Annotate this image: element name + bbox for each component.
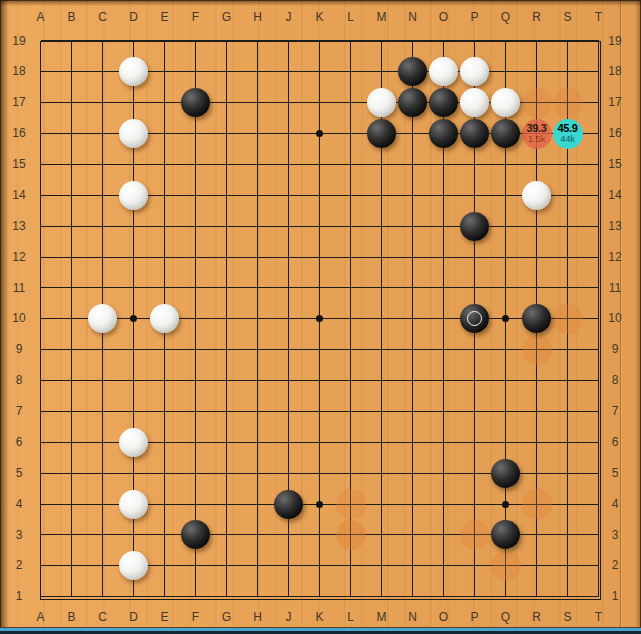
board-cell-F11[interactable] bbox=[180, 273, 211, 304]
board-cell-O14[interactable] bbox=[428, 180, 459, 211]
board-cell-P3[interactable] bbox=[459, 520, 490, 551]
board-cell-R6[interactable] bbox=[521, 427, 552, 458]
board-cell-M7[interactable] bbox=[366, 396, 397, 427]
board-cell-N6[interactable] bbox=[397, 427, 428, 458]
board-cell-O10[interactable] bbox=[428, 303, 459, 334]
board-cell-Q19[interactable] bbox=[490, 26, 521, 57]
board-cell-E11[interactable] bbox=[149, 273, 180, 304]
board-cell-P1[interactable] bbox=[459, 581, 490, 612]
board-cell-P8[interactable] bbox=[459, 365, 490, 396]
board-cell-P12[interactable] bbox=[459, 242, 490, 273]
board-cell-G14[interactable] bbox=[211, 180, 242, 211]
board-cell-B6[interactable] bbox=[56, 427, 87, 458]
board-cell-G8[interactable] bbox=[211, 365, 242, 396]
board-cell-Q3[interactable] bbox=[490, 520, 521, 551]
board-cell-P9[interactable] bbox=[459, 334, 490, 365]
board-cell-M9[interactable] bbox=[366, 334, 397, 365]
board-cell-B5[interactable] bbox=[56, 458, 87, 489]
board-cell-B18[interactable] bbox=[56, 56, 87, 87]
board-cell-K18[interactable] bbox=[304, 56, 335, 87]
board-cell-L18[interactable] bbox=[335, 56, 366, 87]
board-cell-D19[interactable] bbox=[118, 26, 149, 57]
board-cell-T18[interactable] bbox=[583, 56, 614, 87]
board-cell-A10[interactable] bbox=[25, 303, 56, 334]
board-cell-J5[interactable] bbox=[273, 458, 304, 489]
board-cell-L15[interactable] bbox=[335, 149, 366, 180]
board-cell-L14[interactable] bbox=[335, 180, 366, 211]
board-cell-O19[interactable] bbox=[428, 26, 459, 57]
board-cell-A1[interactable] bbox=[25, 581, 56, 612]
board-cell-B3[interactable] bbox=[56, 520, 87, 551]
board-cell-J8[interactable] bbox=[273, 365, 304, 396]
board-cell-K6[interactable] bbox=[304, 427, 335, 458]
board-cell-O11[interactable] bbox=[428, 273, 459, 304]
board-cell-R14[interactable] bbox=[521, 180, 552, 211]
board-cell-H9[interactable] bbox=[242, 334, 273, 365]
board-cell-N9[interactable] bbox=[397, 334, 428, 365]
board-cell-J6[interactable] bbox=[273, 427, 304, 458]
board-cell-H15[interactable] bbox=[242, 149, 273, 180]
board-cell-P19[interactable] bbox=[459, 26, 490, 57]
board-cell-N14[interactable] bbox=[397, 180, 428, 211]
board-cell-J13[interactable] bbox=[273, 211, 304, 242]
board-cell-E4[interactable] bbox=[149, 489, 180, 520]
ai-suggestion-S16[interactable]: 45.944k bbox=[553, 119, 583, 149]
board-cell-S8[interactable] bbox=[552, 365, 583, 396]
board-cell-E16[interactable] bbox=[149, 118, 180, 149]
board-cell-N4[interactable] bbox=[397, 489, 428, 520]
board-cell-O12[interactable] bbox=[428, 242, 459, 273]
board-cell-E9[interactable] bbox=[149, 334, 180, 365]
board-cell-M5[interactable] bbox=[366, 458, 397, 489]
board-cell-F4[interactable] bbox=[180, 489, 211, 520]
board-cell-J19[interactable] bbox=[273, 26, 304, 57]
board-cell-A16[interactable] bbox=[25, 118, 56, 149]
board-cell-O8[interactable] bbox=[428, 365, 459, 396]
board-cell-Q16[interactable] bbox=[490, 118, 521, 149]
board-cell-Q9[interactable] bbox=[490, 334, 521, 365]
board-cell-F15[interactable] bbox=[180, 149, 211, 180]
board-cell-R13[interactable] bbox=[521, 211, 552, 242]
board-cell-O17[interactable] bbox=[428, 87, 459, 118]
board-cell-N1[interactable] bbox=[397, 581, 428, 612]
board-cell-S14[interactable] bbox=[552, 180, 583, 211]
board-cell-L7[interactable] bbox=[335, 396, 366, 427]
board-cell-A19[interactable] bbox=[25, 26, 56, 57]
board-cell-Q2[interactable] bbox=[490, 550, 521, 581]
board-cell-T17[interactable] bbox=[583, 87, 614, 118]
board-cell-B10[interactable] bbox=[56, 303, 87, 334]
board-cell-Q17[interactable] bbox=[490, 87, 521, 118]
ai-suggestion-R4[interactable] bbox=[522, 489, 552, 519]
board-cell-M14[interactable] bbox=[366, 180, 397, 211]
board-cell-A6[interactable] bbox=[25, 427, 56, 458]
board-cell-K13[interactable] bbox=[304, 211, 335, 242]
board-cell-Q6[interactable] bbox=[490, 427, 521, 458]
board-cell-B4[interactable] bbox=[56, 489, 87, 520]
board-cell-K16[interactable] bbox=[304, 118, 335, 149]
board-cell-M2[interactable] bbox=[366, 550, 397, 581]
board-cell-B13[interactable] bbox=[56, 211, 87, 242]
board-cell-E1[interactable] bbox=[149, 581, 180, 612]
board-cell-N3[interactable] bbox=[397, 520, 428, 551]
board-cell-G11[interactable] bbox=[211, 273, 242, 304]
board-cell-C11[interactable] bbox=[87, 273, 118, 304]
board-cell-C13[interactable] bbox=[87, 211, 118, 242]
board-cell-M15[interactable] bbox=[366, 149, 397, 180]
board-cell-O6[interactable] bbox=[428, 427, 459, 458]
board-cell-M11[interactable] bbox=[366, 273, 397, 304]
board-cell-F10[interactable] bbox=[180, 303, 211, 334]
board-cell-T14[interactable] bbox=[583, 180, 614, 211]
board-cell-E18[interactable] bbox=[149, 56, 180, 87]
ai-suggestion-Q2[interactable] bbox=[491, 551, 521, 581]
board-cell-L12[interactable] bbox=[335, 242, 366, 273]
board-cell-Q5[interactable] bbox=[490, 458, 521, 489]
board-cell-O13[interactable] bbox=[428, 211, 459, 242]
board-cell-P13[interactable] bbox=[459, 211, 490, 242]
board-cell-H7[interactable] bbox=[242, 396, 273, 427]
board-cell-L5[interactable] bbox=[335, 458, 366, 489]
board-cell-T12[interactable] bbox=[583, 242, 614, 273]
board-cell-R8[interactable] bbox=[521, 365, 552, 396]
board-cell-H2[interactable] bbox=[242, 550, 273, 581]
board-cell-P14[interactable] bbox=[459, 180, 490, 211]
board-cell-B17[interactable] bbox=[56, 87, 87, 118]
board-cell-D14[interactable] bbox=[118, 180, 149, 211]
board-cell-A11[interactable] bbox=[25, 273, 56, 304]
board-cell-A3[interactable] bbox=[25, 520, 56, 551]
board-cell-C3[interactable] bbox=[87, 520, 118, 551]
board-cell-L19[interactable] bbox=[335, 26, 366, 57]
board-cell-K19[interactable] bbox=[304, 26, 335, 57]
board-cell-T11[interactable] bbox=[583, 273, 614, 304]
board-cell-G2[interactable] bbox=[211, 550, 242, 581]
board-cell-S6[interactable] bbox=[552, 427, 583, 458]
board-cell-L3[interactable] bbox=[335, 520, 366, 551]
board-cell-H10[interactable] bbox=[242, 303, 273, 334]
board-cell-G19[interactable] bbox=[211, 26, 242, 57]
board-cell-F3[interactable] bbox=[180, 520, 211, 551]
board-cell-G4[interactable] bbox=[211, 489, 242, 520]
board-cell-C6[interactable] bbox=[87, 427, 118, 458]
board-cell-D6[interactable] bbox=[118, 427, 149, 458]
board-cell-R17[interactable] bbox=[521, 87, 552, 118]
board-cell-S4[interactable] bbox=[552, 489, 583, 520]
board-cell-D3[interactable] bbox=[118, 520, 149, 551]
board-cell-L10[interactable] bbox=[335, 303, 366, 334]
board-cell-R1[interactable] bbox=[521, 581, 552, 612]
board-cell-A7[interactable] bbox=[25, 396, 56, 427]
board-cell-K8[interactable] bbox=[304, 365, 335, 396]
board-cell-N7[interactable] bbox=[397, 396, 428, 427]
board-cell-D8[interactable] bbox=[118, 365, 149, 396]
board-cell-E12[interactable] bbox=[149, 242, 180, 273]
board-cell-F19[interactable] bbox=[180, 26, 211, 57]
board-cell-S19[interactable] bbox=[552, 26, 583, 57]
board-cell-K1[interactable] bbox=[304, 581, 335, 612]
board-cell-J4[interactable] bbox=[273, 489, 304, 520]
board-cell-C19[interactable] bbox=[87, 26, 118, 57]
board-cell-F1[interactable] bbox=[180, 581, 211, 612]
board-cell-L2[interactable] bbox=[335, 550, 366, 581]
board-cell-M6[interactable] bbox=[366, 427, 397, 458]
board-cell-C8[interactable] bbox=[87, 365, 118, 396]
board-cell-A8[interactable] bbox=[25, 365, 56, 396]
board-cell-A4[interactable] bbox=[25, 489, 56, 520]
board-cell-D11[interactable] bbox=[118, 273, 149, 304]
board-cell-T13[interactable] bbox=[583, 211, 614, 242]
board-cell-H8[interactable] bbox=[242, 365, 273, 396]
board-cell-M3[interactable] bbox=[366, 520, 397, 551]
board-cell-H18[interactable] bbox=[242, 56, 273, 87]
board-cell-S5[interactable] bbox=[552, 458, 583, 489]
board-cell-G10[interactable] bbox=[211, 303, 242, 334]
board-cell-H6[interactable] bbox=[242, 427, 273, 458]
board-cell-R18[interactable] bbox=[521, 56, 552, 87]
board-cell-N15[interactable] bbox=[397, 149, 428, 180]
board-cell-O18[interactable] bbox=[428, 56, 459, 87]
board-cell-F16[interactable] bbox=[180, 118, 211, 149]
board-cell-T3[interactable] bbox=[583, 520, 614, 551]
board-cell-A13[interactable] bbox=[25, 211, 56, 242]
board-cell-C14[interactable] bbox=[87, 180, 118, 211]
board-cell-P4[interactable] bbox=[459, 489, 490, 520]
board-cell-G9[interactable] bbox=[211, 334, 242, 365]
board-cell-S10[interactable] bbox=[552, 303, 583, 334]
board-cell-K9[interactable] bbox=[304, 334, 335, 365]
board-cell-T5[interactable] bbox=[583, 458, 614, 489]
board-cell-C15[interactable] bbox=[87, 149, 118, 180]
board-cell-D1[interactable] bbox=[118, 581, 149, 612]
board-cell-E7[interactable] bbox=[149, 396, 180, 427]
board-cell-A5[interactable] bbox=[25, 458, 56, 489]
board-cell-B8[interactable] bbox=[56, 365, 87, 396]
board-cell-L4[interactable] bbox=[335, 489, 366, 520]
board-cell-L11[interactable] bbox=[335, 273, 366, 304]
board-cell-L9[interactable] bbox=[335, 334, 366, 365]
board-cell-T16[interactable] bbox=[583, 118, 614, 149]
board-cell-Q10[interactable] bbox=[490, 303, 521, 334]
board-cell-H12[interactable] bbox=[242, 242, 273, 273]
board-cell-D15[interactable] bbox=[118, 149, 149, 180]
board-cell-S17[interactable] bbox=[552, 87, 583, 118]
board-cell-E6[interactable] bbox=[149, 427, 180, 458]
board-cell-K15[interactable] bbox=[304, 149, 335, 180]
board-cell-N17[interactable] bbox=[397, 87, 428, 118]
board-cell-A2[interactable] bbox=[25, 550, 56, 581]
board-cell-F9[interactable] bbox=[180, 334, 211, 365]
board-cell-J1[interactable] bbox=[273, 581, 304, 612]
board-cell-G3[interactable] bbox=[211, 520, 242, 551]
board-cell-H5[interactable] bbox=[242, 458, 273, 489]
board-cell-R15[interactable] bbox=[521, 149, 552, 180]
board-cell-S11[interactable] bbox=[552, 273, 583, 304]
board-cell-J9[interactable] bbox=[273, 334, 304, 365]
board-cell-S13[interactable] bbox=[552, 211, 583, 242]
board-cell-M1[interactable] bbox=[366, 581, 397, 612]
board-cell-F7[interactable] bbox=[180, 396, 211, 427]
board-cell-N19[interactable] bbox=[397, 26, 428, 57]
board-cell-G1[interactable] bbox=[211, 581, 242, 612]
board-cell-K12[interactable] bbox=[304, 242, 335, 273]
ai-suggestion-L3[interactable] bbox=[336, 520, 366, 550]
board-cell-J16[interactable] bbox=[273, 118, 304, 149]
board-cell-R11[interactable] bbox=[521, 273, 552, 304]
ai-suggestion-R16[interactable]: 39.31.5k bbox=[522, 119, 552, 149]
board-cell-E19[interactable] bbox=[149, 26, 180, 57]
board-cell-E14[interactable] bbox=[149, 180, 180, 211]
board-cell-H13[interactable] bbox=[242, 211, 273, 242]
board-cell-R10[interactable] bbox=[521, 303, 552, 334]
board-cell-E3[interactable] bbox=[149, 520, 180, 551]
board-cell-Q1[interactable] bbox=[490, 581, 521, 612]
board-cell-S16[interactable]: 45.944k bbox=[552, 118, 583, 149]
board-cell-K4[interactable] bbox=[304, 489, 335, 520]
board-cell-G18[interactable] bbox=[211, 56, 242, 87]
board-cell-J10[interactable] bbox=[273, 303, 304, 334]
board-cell-K5[interactable] bbox=[304, 458, 335, 489]
board-cell-T2[interactable] bbox=[583, 550, 614, 581]
board-cell-S12[interactable] bbox=[552, 242, 583, 273]
board-cell-B9[interactable] bbox=[56, 334, 87, 365]
board-cell-A9[interactable] bbox=[25, 334, 56, 365]
board-cell-C10[interactable] bbox=[87, 303, 118, 334]
board-cell-J11[interactable] bbox=[273, 273, 304, 304]
board-cell-P7[interactable] bbox=[459, 396, 490, 427]
board-cell-O2[interactable] bbox=[428, 550, 459, 581]
board-cell-C18[interactable] bbox=[87, 56, 118, 87]
board-cell-B1[interactable] bbox=[56, 581, 87, 612]
board-cell-T15[interactable] bbox=[583, 149, 614, 180]
board-cell-J17[interactable] bbox=[273, 87, 304, 118]
board-cell-T1[interactable] bbox=[583, 581, 614, 612]
board-cell-K2[interactable] bbox=[304, 550, 335, 581]
board-cell-L1[interactable] bbox=[335, 581, 366, 612]
board-cell-B2[interactable] bbox=[56, 550, 87, 581]
board-cell-P2[interactable] bbox=[459, 550, 490, 581]
board-cell-Q12[interactable] bbox=[490, 242, 521, 273]
board-cell-O15[interactable] bbox=[428, 149, 459, 180]
board-cell-T7[interactable] bbox=[583, 396, 614, 427]
board-cell-J14[interactable] bbox=[273, 180, 304, 211]
board-cell-G7[interactable] bbox=[211, 396, 242, 427]
ai-suggestion-R17[interactable] bbox=[522, 88, 552, 118]
board-cell-F12[interactable] bbox=[180, 242, 211, 273]
board-cell-C16[interactable] bbox=[87, 118, 118, 149]
board-cell-Q11[interactable] bbox=[490, 273, 521, 304]
board-cell-S1[interactable] bbox=[552, 581, 583, 612]
board-cell-F6[interactable] bbox=[180, 427, 211, 458]
board-cell-S2[interactable] bbox=[552, 550, 583, 581]
board-cell-N5[interactable] bbox=[397, 458, 428, 489]
board-cell-C5[interactable] bbox=[87, 458, 118, 489]
board-cell-M12[interactable] bbox=[366, 242, 397, 273]
board-cell-T9[interactable] bbox=[583, 334, 614, 365]
board-cell-O4[interactable] bbox=[428, 489, 459, 520]
board-cell-A15[interactable] bbox=[25, 149, 56, 180]
board-cell-B16[interactable] bbox=[56, 118, 87, 149]
board-cell-T19[interactable] bbox=[583, 26, 614, 57]
board-cell-S18[interactable] bbox=[552, 56, 583, 87]
board-cell-G15[interactable] bbox=[211, 149, 242, 180]
board-cell-O16[interactable] bbox=[428, 118, 459, 149]
board-cell-F17[interactable] bbox=[180, 87, 211, 118]
board-cell-D17[interactable] bbox=[118, 87, 149, 118]
board-cell-O5[interactable] bbox=[428, 458, 459, 489]
board-cell-L6[interactable] bbox=[335, 427, 366, 458]
board-cell-L8[interactable] bbox=[335, 365, 366, 396]
board-cell-H1[interactable] bbox=[242, 581, 273, 612]
board-cell-C2[interactable] bbox=[87, 550, 118, 581]
board-cell-S3[interactable] bbox=[552, 520, 583, 551]
board-cell-G12[interactable] bbox=[211, 242, 242, 273]
board-cell-B7[interactable] bbox=[56, 396, 87, 427]
board-cell-P6[interactable] bbox=[459, 427, 490, 458]
board-cell-N13[interactable] bbox=[397, 211, 428, 242]
board-cell-J15[interactable] bbox=[273, 149, 304, 180]
board-cell-J3[interactable] bbox=[273, 520, 304, 551]
board-cell-N11[interactable] bbox=[397, 273, 428, 304]
board-cell-B11[interactable] bbox=[56, 273, 87, 304]
board-cell-Q18[interactable] bbox=[490, 56, 521, 87]
board-cell-A12[interactable] bbox=[25, 242, 56, 273]
board-cell-A18[interactable] bbox=[25, 56, 56, 87]
board-cell-T8[interactable] bbox=[583, 365, 614, 396]
board-cell-C17[interactable] bbox=[87, 87, 118, 118]
board-cell-D9[interactable] bbox=[118, 334, 149, 365]
board-cell-H17[interactable] bbox=[242, 87, 273, 118]
board-cell-C12[interactable] bbox=[87, 242, 118, 273]
board-cell-R16[interactable]: 39.31.5k bbox=[521, 118, 552, 149]
board-cell-J2[interactable] bbox=[273, 550, 304, 581]
board-cell-E5[interactable] bbox=[149, 458, 180, 489]
board-cell-Q15[interactable] bbox=[490, 149, 521, 180]
board-cell-P16[interactable] bbox=[459, 118, 490, 149]
board-cell-M4[interactable] bbox=[366, 489, 397, 520]
board-cell-G17[interactable] bbox=[211, 87, 242, 118]
board-cell-B15[interactable] bbox=[56, 149, 87, 180]
board-cell-H4[interactable] bbox=[242, 489, 273, 520]
board-cell-K7[interactable] bbox=[304, 396, 335, 427]
board-cell-F5[interactable] bbox=[180, 458, 211, 489]
board-cell-E13[interactable] bbox=[149, 211, 180, 242]
board-cell-O9[interactable] bbox=[428, 334, 459, 365]
board-cell-P11[interactable] bbox=[459, 273, 490, 304]
board-cell-M13[interactable] bbox=[366, 211, 397, 242]
board-cell-F8[interactable] bbox=[180, 365, 211, 396]
ai-suggestion-P3[interactable] bbox=[460, 520, 490, 550]
board-cell-R2[interactable] bbox=[521, 550, 552, 581]
board-cell-J18[interactable] bbox=[273, 56, 304, 87]
board-cell-P18[interactable] bbox=[459, 56, 490, 87]
ai-suggestion-S10[interactable] bbox=[553, 304, 583, 334]
board-cell-J7[interactable] bbox=[273, 396, 304, 427]
board-cell-D7[interactable] bbox=[118, 396, 149, 427]
board-cell-D16[interactable] bbox=[118, 118, 149, 149]
board-cell-D12[interactable] bbox=[118, 242, 149, 273]
board-cell-Q8[interactable] bbox=[490, 365, 521, 396]
board-cell-D2[interactable] bbox=[118, 550, 149, 581]
board-cell-C7[interactable] bbox=[87, 396, 118, 427]
board-cell-Q7[interactable] bbox=[490, 396, 521, 427]
board-cell-L17[interactable] bbox=[335, 87, 366, 118]
board-cell-D10[interactable] bbox=[118, 303, 149, 334]
board-cell-T10[interactable] bbox=[583, 303, 614, 334]
board-cell-N16[interactable] bbox=[397, 118, 428, 149]
board-cell-C4[interactable] bbox=[87, 489, 118, 520]
board-cell-H19[interactable] bbox=[242, 26, 273, 57]
